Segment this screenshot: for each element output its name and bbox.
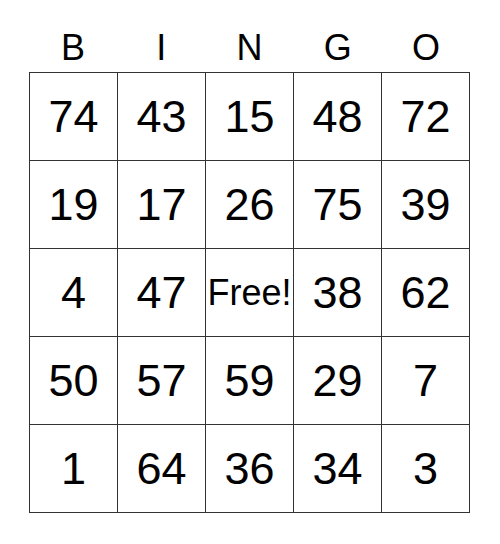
cell-r3c1[interactable]: 4 xyxy=(30,249,118,337)
cell-r2c3[interactable]: 26 xyxy=(206,161,294,249)
cell-r4c3[interactable]: 59 xyxy=(206,337,294,425)
cell-r5c5[interactable]: 3 xyxy=(382,425,470,513)
cell-r2c5[interactable]: 39 xyxy=(382,161,470,249)
cell-r5c1[interactable]: 1 xyxy=(30,425,118,513)
header-letter-n: N xyxy=(205,14,293,72)
cell-r2c1[interactable]: 19 xyxy=(30,161,118,249)
cell-r3c2[interactable]: 47 xyxy=(118,249,206,337)
cell-r3c5[interactable]: 62 xyxy=(382,249,470,337)
header-letter-i: I xyxy=(117,14,205,72)
cell-r5c4[interactable]: 34 xyxy=(294,425,382,513)
cell-r4c1[interactable]: 50 xyxy=(30,337,118,425)
cell-r2c2[interactable]: 17 xyxy=(118,161,206,249)
bingo-card: B I N G O 74 43 15 48 72 19 17 26 75 39 … xyxy=(0,0,500,544)
cell-r5c3[interactable]: 36 xyxy=(206,425,294,513)
header-letter-o: O xyxy=(382,14,470,72)
cell-r1c1[interactable]: 74 xyxy=(30,73,118,161)
cell-r4c4[interactable]: 29 xyxy=(294,337,382,425)
cell-r2c4[interactable]: 75 xyxy=(294,161,382,249)
bingo-header: B I N G O xyxy=(29,14,470,72)
bingo-grid: 74 43 15 48 72 19 17 26 75 39 4 47 Free!… xyxy=(29,72,470,513)
header-letter-g: G xyxy=(294,14,382,72)
header-letter-b: B xyxy=(29,14,117,72)
cell-r5c2[interactable]: 64 xyxy=(118,425,206,513)
free-cell[interactable]: Free! xyxy=(206,249,294,337)
cell-r1c3[interactable]: 15 xyxy=(206,73,294,161)
cell-r1c4[interactable]: 48 xyxy=(294,73,382,161)
cell-r1c2[interactable]: 43 xyxy=(118,73,206,161)
cell-r3c4[interactable]: 38 xyxy=(294,249,382,337)
cell-r4c2[interactable]: 57 xyxy=(118,337,206,425)
cell-r1c5[interactable]: 72 xyxy=(382,73,470,161)
cell-r4c5[interactable]: 7 xyxy=(382,337,470,425)
